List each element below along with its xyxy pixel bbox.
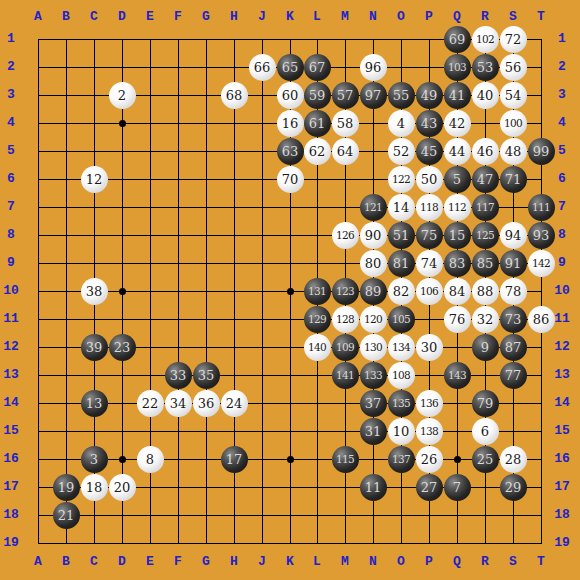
row-label-right: 16: [550, 451, 574, 467]
column-label-bottom: J: [250, 554, 274, 570]
stone-O10[interactable]: 82: [388, 278, 415, 305]
stone-N9[interactable]: 80: [360, 250, 387, 277]
column-label-bottom: M: [333, 554, 357, 570]
stone-K4[interactable]: 16: [277, 110, 304, 137]
stone-C17[interactable]: 18: [81, 474, 108, 501]
row-label-left: 11: [0, 311, 23, 327]
row-label-left: 1: [0, 31, 23, 47]
stone-S1[interactable]: 72: [500, 26, 527, 53]
column-label-top: J: [250, 9, 274, 25]
stone-P10[interactable]: 106: [416, 278, 443, 305]
stone-R14[interactable]: 79: [472, 390, 499, 417]
row-label-left: 9: [0, 255, 23, 271]
column-label-top: M: [333, 9, 357, 25]
go-board: AABBCCDDEEFFGGHHJJKKLLMMNNOOPPQQRRSSTT11…: [0, 0, 580, 580]
stone-R16[interactable]: 25: [472, 446, 499, 473]
stone-C10[interactable]: 38: [81, 278, 108, 305]
stone-Q7[interactable]: 112: [444, 194, 471, 221]
stone-P4[interactable]: 43: [416, 110, 443, 137]
stone-Q8[interactable]: 15: [444, 222, 471, 249]
stone-R1[interactable]: 102: [472, 26, 499, 53]
column-label-bottom: S: [501, 554, 525, 570]
stone-P6[interactable]: 50: [416, 166, 443, 193]
row-label-left: 19: [0, 535, 23, 551]
stone-R5[interactable]: 46: [472, 138, 499, 165]
column-label-top: R: [473, 9, 497, 25]
stone-Q3[interactable]: 41: [444, 82, 471, 109]
column-label-top: B: [54, 9, 78, 25]
stone-H14[interactable]: 24: [221, 390, 248, 417]
stone-K5[interactable]: 63: [277, 138, 304, 165]
stone-M10[interactable]: 123: [332, 278, 359, 305]
row-label-right: 19: [550, 535, 574, 551]
stone-N8[interactable]: 90: [360, 222, 387, 249]
stone-N12[interactable]: 130: [360, 334, 387, 361]
stone-D17[interactable]: 20: [109, 474, 136, 501]
column-label-top: L: [305, 9, 329, 25]
stone-H16[interactable]: 17: [221, 446, 248, 473]
stone-O16[interactable]: 137: [388, 446, 415, 473]
row-label-left: 16: [0, 451, 23, 467]
stone-H3[interactable]: 68: [221, 82, 248, 109]
stone-Q9[interactable]: 83: [444, 250, 471, 277]
column-label-bottom: E: [138, 554, 162, 570]
column-label-bottom: F: [166, 554, 190, 570]
column-label-top: S: [501, 9, 525, 25]
row-label-right: 14: [550, 395, 574, 411]
stone-Q11[interactable]: 76: [444, 306, 471, 333]
row-label-right: 3: [550, 87, 574, 103]
column-label-top: P: [417, 9, 441, 25]
stone-O8[interactable]: 51: [388, 222, 415, 249]
row-label-right: 15: [550, 423, 574, 439]
stone-P12[interactable]: 30: [416, 334, 443, 361]
column-label-top: A: [26, 9, 50, 25]
grid-line-vertical: [541, 39, 542, 544]
stone-L3[interactable]: 59: [304, 82, 331, 109]
stone-M3[interactable]: 57: [332, 82, 359, 109]
stone-S10[interactable]: 78: [500, 278, 527, 305]
row-label-left: 13: [0, 367, 23, 383]
stone-B18[interactable]: 21: [53, 502, 80, 529]
grid-line-horizontal: [38, 515, 542, 516]
stone-S9[interactable]: 91: [500, 250, 527, 277]
star-point: [454, 456, 461, 463]
star-point: [287, 288, 294, 295]
stone-E14[interactable]: 22: [137, 390, 164, 417]
column-label-bottom: O: [389, 554, 413, 570]
stone-O5[interactable]: 52: [388, 138, 415, 165]
column-label-top: H: [222, 9, 246, 25]
column-label-top: G: [194, 9, 218, 25]
stone-L12[interactable]: 140: [304, 334, 331, 361]
stone-O14[interactable]: 135: [388, 390, 415, 417]
grid-line-horizontal: [38, 543, 542, 544]
stone-S2[interactable]: 56: [500, 54, 527, 81]
row-label-right: 17: [550, 479, 574, 495]
stone-J2[interactable]: 66: [249, 54, 276, 81]
stone-S8[interactable]: 94: [500, 222, 527, 249]
stone-L11[interactable]: 129: [304, 306, 331, 333]
stone-S4[interactable]: 100: [500, 110, 527, 137]
column-label-bottom: A: [26, 554, 50, 570]
row-label-left: 4: [0, 115, 23, 131]
stone-R15[interactable]: 6: [472, 418, 499, 445]
row-label-right: 6: [550, 171, 574, 187]
row-label-left: 14: [0, 395, 23, 411]
column-label-top: D: [110, 9, 134, 25]
stone-R2[interactable]: 53: [472, 54, 499, 81]
stone-O15[interactable]: 10: [388, 418, 415, 445]
stone-P17[interactable]: 27: [416, 474, 443, 501]
stone-N10[interactable]: 89: [360, 278, 387, 305]
stone-N14[interactable]: 37: [360, 390, 387, 417]
row-label-left: 12: [0, 339, 23, 355]
stone-G13[interactable]: 35: [193, 362, 220, 389]
row-label-left: 7: [0, 199, 23, 215]
column-label-bottom: H: [222, 554, 246, 570]
column-label-top: C: [82, 9, 106, 25]
stone-L5[interactable]: 62: [304, 138, 331, 165]
star-point: [287, 456, 294, 463]
column-label-bottom: N: [361, 554, 385, 570]
stone-P15[interactable]: 138: [416, 418, 443, 445]
stone-P7[interactable]: 118: [416, 194, 443, 221]
stone-T9[interactable]: 142: [528, 250, 555, 277]
stone-T8[interactable]: 93: [528, 222, 555, 249]
stone-C12[interactable]: 39: [81, 334, 108, 361]
stone-S17[interactable]: 29: [500, 474, 527, 501]
stone-P14[interactable]: 136: [416, 390, 443, 417]
stone-Q5[interactable]: 44: [444, 138, 471, 165]
stone-M11[interactable]: 128: [332, 306, 359, 333]
stone-O4[interactable]: 4: [388, 110, 415, 137]
column-label-top: N: [361, 9, 385, 25]
stone-P9[interactable]: 74: [416, 250, 443, 277]
stone-K3[interactable]: 60: [277, 82, 304, 109]
stone-S16[interactable]: 28: [500, 446, 527, 473]
stone-R6[interactable]: 47: [472, 166, 499, 193]
stone-R11[interactable]: 32: [472, 306, 499, 333]
stone-K6[interactable]: 70: [277, 166, 304, 193]
row-label-left: 2: [0, 59, 23, 75]
stone-C14[interactable]: 13: [81, 390, 108, 417]
row-label-left: 17: [0, 479, 23, 495]
column-label-top: E: [138, 9, 162, 25]
stone-D12[interactable]: 23: [109, 334, 136, 361]
star-point: [119, 120, 126, 127]
column-label-bottom: D: [110, 554, 134, 570]
stone-R3[interactable]: 40: [472, 82, 499, 109]
stone-N15[interactable]: 31: [360, 418, 387, 445]
stone-O12[interactable]: 134: [388, 334, 415, 361]
stone-R8[interactable]: 125: [472, 222, 499, 249]
column-label-bottom: Q: [445, 554, 469, 570]
row-label-left: 10: [0, 283, 23, 299]
stone-Q13[interactable]: 143: [444, 362, 471, 389]
row-label-right: 1: [550, 31, 574, 47]
row-label-left: 6: [0, 171, 23, 187]
column-label-bottom: K: [278, 554, 302, 570]
stone-N11[interactable]: 120: [360, 306, 387, 333]
stone-N3[interactable]: 97: [360, 82, 387, 109]
column-label-top: Q: [445, 9, 469, 25]
row-label-left: 5: [0, 143, 23, 159]
stone-S5[interactable]: 48: [500, 138, 527, 165]
stone-O3[interactable]: 55: [388, 82, 415, 109]
stone-O11[interactable]: 105: [388, 306, 415, 333]
stone-P8[interactable]: 75: [416, 222, 443, 249]
stone-C16[interactable]: 3: [81, 446, 108, 473]
stone-Q6[interactable]: 5: [444, 166, 471, 193]
column-label-bottom: C: [82, 554, 106, 570]
stone-E16[interactable]: 8: [137, 446, 164, 473]
stone-S3[interactable]: 54: [500, 82, 527, 109]
stone-T11[interactable]: 86: [528, 306, 555, 333]
stone-Q1[interactable]: 69: [444, 26, 471, 53]
stone-M5[interactable]: 64: [332, 138, 359, 165]
stone-N13[interactable]: 133: [360, 362, 387, 389]
stone-O7[interactable]: 14: [388, 194, 415, 221]
stone-M4[interactable]: 58: [332, 110, 359, 137]
stone-N7[interactable]: 121: [360, 194, 387, 221]
column-label-top: K: [278, 9, 302, 25]
stone-T7[interactable]: 111: [528, 194, 555, 221]
row-label-right: 18: [550, 507, 574, 523]
row-label-left: 18: [0, 507, 23, 523]
stone-T5[interactable]: 99: [528, 138, 555, 165]
stone-L10[interactable]: 131: [304, 278, 331, 305]
stone-O9[interactable]: 81: [388, 250, 415, 277]
stone-P16[interactable]: 26: [416, 446, 443, 473]
grid-line-horizontal: [38, 403, 542, 404]
stone-F13[interactable]: 33: [165, 362, 192, 389]
stone-M16[interactable]: 115: [332, 446, 359, 473]
column-label-top: F: [166, 9, 190, 25]
row-label-left: 8: [0, 227, 23, 243]
stone-N17[interactable]: 11: [360, 474, 387, 501]
column-label-bottom: B: [54, 554, 78, 570]
column-label-bottom: R: [473, 554, 497, 570]
row-label-right: 2: [550, 59, 574, 75]
stone-R10[interactable]: 88: [472, 278, 499, 305]
stone-Q17[interactable]: 7: [444, 474, 471, 501]
row-label-right: 13: [550, 367, 574, 383]
column-label-bottom: T: [529, 554, 553, 570]
star-point: [119, 288, 126, 295]
stone-P3[interactable]: 49: [416, 82, 443, 109]
stone-C6[interactable]: 12: [81, 166, 108, 193]
stone-L2[interactable]: 67: [304, 54, 331, 81]
column-label-top: O: [389, 9, 413, 25]
row-label-right: 10: [550, 283, 574, 299]
stone-R9[interactable]: 85: [472, 250, 499, 277]
grid-line-horizontal: [38, 431, 542, 432]
stone-N2[interactable]: 96: [360, 54, 387, 81]
stone-S11[interactable]: 73: [500, 306, 527, 333]
stone-B17[interactable]: 19: [53, 474, 80, 501]
stone-L4[interactable]: 61: [304, 110, 331, 137]
row-label-right: 4: [550, 115, 574, 131]
stone-Q4[interactable]: 42: [444, 110, 471, 137]
column-label-top: T: [529, 9, 553, 25]
stone-D3[interactable]: 2: [109, 82, 136, 109]
column-label-bottom: G: [194, 554, 218, 570]
stone-S6[interactable]: 71: [500, 166, 527, 193]
stone-G14[interactable]: 36: [193, 390, 220, 417]
stone-Q10[interactable]: 84: [444, 278, 471, 305]
row-label-right: 12: [550, 339, 574, 355]
row-label-left: 15: [0, 423, 23, 439]
stone-O6[interactable]: 122: [388, 166, 415, 193]
stone-Q2[interactable]: 103: [444, 54, 471, 81]
column-label-bottom: P: [417, 554, 441, 570]
stone-R12[interactable]: 9: [472, 334, 499, 361]
stone-S13[interactable]: 77: [500, 362, 527, 389]
stone-P5[interactable]: 45: [416, 138, 443, 165]
stone-F14[interactable]: 34: [165, 390, 192, 417]
column-label-bottom: L: [305, 554, 329, 570]
stone-M13[interactable]: 141: [332, 362, 359, 389]
stone-R7[interactable]: 117: [472, 194, 499, 221]
stone-K2[interactable]: 65: [277, 54, 304, 81]
stone-O13[interactable]: 108: [388, 362, 415, 389]
stone-S12[interactable]: 87: [500, 334, 527, 361]
stone-M12[interactable]: 109: [332, 334, 359, 361]
stone-M8[interactable]: 126: [332, 222, 359, 249]
row-label-left: 3: [0, 87, 23, 103]
star-point: [119, 456, 126, 463]
